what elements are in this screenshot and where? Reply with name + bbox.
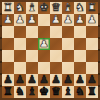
piece-white-pawn[interactable]: ♟ <box>51 14 61 26</box>
square-h3[interactable] <box>2 26 14 38</box>
square-g4[interactable] <box>14 38 26 50</box>
square-g3[interactable] <box>14 26 26 38</box>
square-b6[interactable] <box>74 62 86 74</box>
square-g6[interactable] <box>14 62 26 74</box>
square-f7[interactable]: ♟ <box>26 74 38 86</box>
square-e6[interactable] <box>38 62 50 74</box>
square-a1[interactable]: ♜ <box>86 2 98 14</box>
square-a2[interactable]: ♟ <box>86 14 98 26</box>
piece-white-pawn[interactable]: ♟ <box>3 14 13 26</box>
piece-black-bishop[interactable]: ♝ <box>27 86 37 98</box>
piece-black-pawn[interactable]: ♟ <box>75 74 85 86</box>
frame-screw-dot <box>0 61 2 63</box>
square-b1[interactable]: ♞ <box>74 2 86 14</box>
square-d6[interactable] <box>50 62 62 74</box>
square-g8[interactable]: ♞ <box>14 86 26 98</box>
square-c7[interactable]: ♟ <box>62 74 74 86</box>
square-f6[interactable] <box>26 62 38 74</box>
square-b5[interactable] <box>74 50 86 62</box>
square-c3[interactable] <box>62 26 74 38</box>
square-d2[interactable]: ♟ <box>50 14 62 26</box>
piece-white-rook[interactable]: ♜ <box>3 2 13 14</box>
frame-screw-dot <box>98 37 100 39</box>
square-c1[interactable]: ♝ <box>62 2 74 14</box>
square-d4[interactable] <box>50 38 62 50</box>
piece-white-pawn[interactable]: ♟ <box>87 14 97 26</box>
piece-white-pawn[interactable]: ♟ <box>63 14 73 26</box>
frame-screw-dot <box>98 49 100 51</box>
square-e3[interactable] <box>38 26 50 38</box>
chess-board: ♜♞♝♚♛♝♞♜♟♟♟♟♟♟♟♟♟♟♟♟♟♟♟♟♜♞♝♚♛♝♞♜ <box>0 0 100 100</box>
square-b4[interactable] <box>74 38 86 50</box>
square-d3[interactable] <box>50 26 62 38</box>
frame-screw-dot <box>0 73 2 75</box>
frame-screw-dot <box>98 61 100 63</box>
square-g2[interactable]: ♟ <box>14 14 26 26</box>
piece-white-bishop[interactable]: ♝ <box>63 2 73 14</box>
piece-black-pawn[interactable]: ♟ <box>3 74 13 86</box>
piece-black-pawn[interactable]: ♟ <box>15 74 25 86</box>
piece-black-bishop[interactable]: ♝ <box>63 86 73 98</box>
piece-white-pawn[interactable]: ♟ <box>27 14 37 26</box>
frame-screw-dot <box>98 13 100 15</box>
square-a8[interactable]: ♜ <box>86 86 98 98</box>
piece-white-knight[interactable]: ♞ <box>75 2 85 14</box>
square-a4[interactable] <box>86 38 98 50</box>
piece-white-bishop[interactable]: ♝ <box>27 2 37 14</box>
square-d7[interactable]: ♟ <box>50 74 62 86</box>
piece-black-knight[interactable]: ♞ <box>75 86 85 98</box>
square-b7[interactable]: ♟ <box>74 74 86 86</box>
piece-black-knight[interactable]: ♞ <box>15 86 25 98</box>
square-h6[interactable] <box>2 62 14 74</box>
square-h8[interactable]: ♜ <box>2 86 14 98</box>
square-a3[interactable] <box>86 26 98 38</box>
frame-screw-dot <box>98 73 100 75</box>
square-e7[interactable]: ♟ <box>38 74 50 86</box>
square-h4[interactable] <box>2 38 14 50</box>
piece-white-pawn[interactable]: ♟ <box>39 38 49 50</box>
piece-black-pawn[interactable]: ♟ <box>39 74 49 86</box>
square-g5[interactable] <box>14 50 26 62</box>
piece-black-pawn[interactable]: ♟ <box>51 74 61 86</box>
frame-screw-dot <box>0 37 2 39</box>
piece-black-pawn[interactable]: ♟ <box>87 74 97 86</box>
square-f4[interactable] <box>26 38 38 50</box>
square-b3[interactable] <box>74 26 86 38</box>
square-f8[interactable]: ♝ <box>26 86 38 98</box>
square-e1[interactable]: ♚ <box>38 2 50 14</box>
piece-black-rook[interactable]: ♜ <box>87 86 97 98</box>
square-f2[interactable]: ♟ <box>26 14 38 26</box>
square-h7[interactable]: ♟ <box>2 74 14 86</box>
square-f5[interactable] <box>26 50 38 62</box>
square-h2[interactable]: ♟ <box>2 14 14 26</box>
frame-screw-dot <box>0 85 2 87</box>
square-f3[interactable] <box>26 26 38 38</box>
square-c6[interactable] <box>62 62 74 74</box>
square-d1[interactable]: ♛ <box>50 2 62 14</box>
square-a6[interactable] <box>86 62 98 74</box>
square-b2[interactable]: ♟ <box>74 14 86 26</box>
square-d8[interactable]: ♛ <box>50 86 62 98</box>
piece-black-king[interactable]: ♚ <box>39 86 49 98</box>
square-d5[interactable] <box>50 50 62 62</box>
piece-black-queen[interactable]: ♛ <box>51 86 61 98</box>
square-c8[interactable]: ♝ <box>62 86 74 98</box>
square-b8[interactable]: ♞ <box>74 86 86 98</box>
frame-screw-dot <box>0 25 2 27</box>
piece-white-pawn[interactable]: ♟ <box>15 14 25 26</box>
square-h5[interactable] <box>2 50 14 62</box>
square-c2[interactable]: ♟ <box>62 14 74 26</box>
piece-white-pawn[interactable]: ♟ <box>75 14 85 26</box>
square-g1[interactable]: ♞ <box>14 2 26 14</box>
square-a5[interactable] <box>86 50 98 62</box>
piece-black-rook[interactable]: ♜ <box>3 86 13 98</box>
frame-screw-dot <box>0 49 2 51</box>
square-a7[interactable]: ♟ <box>86 74 98 86</box>
square-c5[interactable] <box>62 50 74 62</box>
square-c4[interactable] <box>62 38 74 50</box>
frame-screw-dot <box>98 25 100 27</box>
board-grid: ♜♞♝♚♛♝♞♜♟♟♟♟♟♟♟♟♟♟♟♟♟♟♟♟♜♞♝♚♛♝♞♜ <box>2 2 98 98</box>
square-f1[interactable]: ♝ <box>26 2 38 14</box>
square-e5[interactable] <box>38 50 50 62</box>
square-e2[interactable] <box>38 14 50 26</box>
frame-screw-dot <box>98 85 100 87</box>
square-e4[interactable]: ♟ <box>38 38 50 50</box>
piece-black-pawn[interactable]: ♟ <box>63 74 73 86</box>
piece-white-queen[interactable]: ♛ <box>51 2 61 14</box>
piece-white-king[interactable]: ♚ <box>39 2 49 14</box>
piece-white-rook[interactable]: ♜ <box>87 2 97 14</box>
square-e8[interactable]: ♚ <box>38 86 50 98</box>
square-g7[interactable]: ♟ <box>14 74 26 86</box>
piece-white-knight[interactable]: ♞ <box>15 2 25 14</box>
frame-screw-dot <box>0 13 2 15</box>
square-h1[interactable]: ♜ <box>2 2 14 14</box>
piece-black-pawn[interactable]: ♟ <box>27 74 37 86</box>
